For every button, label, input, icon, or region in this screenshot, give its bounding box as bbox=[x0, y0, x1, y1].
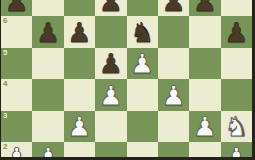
white-knight-h3[interactable]: ♞ bbox=[224, 113, 248, 140]
square-e2[interactable] bbox=[127, 142, 158, 157]
chessboard-screenshot: ♟♟♟♟6♟♟♞♟5♟♟4♟♟3♟♟♞2♟♟♟ bbox=[0, 0, 255, 160]
black-pawn-b6[interactable]: ♟ bbox=[36, 18, 60, 45]
square-a6[interactable]: 6 bbox=[1, 16, 32, 48]
chess-board[interactable]: ♟♟♟♟6♟♟♞♟5♟♟4♟♟3♟♟♞2♟♟♟ bbox=[1, 0, 252, 157]
square-b7[interactable] bbox=[32, 0, 63, 16]
square-a2[interactable]: 2♟ bbox=[1, 142, 32, 157]
rank-label-5: 5 bbox=[3, 49, 7, 57]
square-d6[interactable] bbox=[95, 16, 126, 48]
square-d5[interactable]: ♟ bbox=[95, 48, 126, 80]
square-b5[interactable] bbox=[32, 48, 63, 80]
white-pawn-c3[interactable]: ♟ bbox=[67, 113, 91, 140]
square-c4[interactable] bbox=[64, 79, 95, 111]
square-g2[interactable] bbox=[189, 142, 220, 157]
square-d3[interactable] bbox=[95, 111, 126, 143]
square-b3[interactable] bbox=[32, 111, 63, 143]
square-c7[interactable] bbox=[64, 0, 95, 16]
square-b6[interactable]: ♟ bbox=[32, 16, 63, 48]
square-e4[interactable] bbox=[127, 79, 158, 111]
square-g3[interactable]: ♟ bbox=[189, 111, 220, 143]
white-pawn-d4[interactable]: ♟ bbox=[99, 81, 123, 108]
square-e3[interactable] bbox=[127, 111, 158, 143]
white-pawn-h2[interactable]: ♟ bbox=[224, 144, 248, 157]
square-a5[interactable]: 5 bbox=[1, 48, 32, 80]
black-pawn-c6[interactable]: ♟ bbox=[67, 18, 91, 45]
square-d4[interactable]: ♟ bbox=[95, 79, 126, 111]
square-h6[interactable]: ♟ bbox=[221, 16, 252, 48]
square-b2[interactable]: ♟ bbox=[32, 142, 63, 157]
square-d7[interactable]: ♟ bbox=[95, 0, 126, 16]
square-g5[interactable] bbox=[189, 48, 220, 80]
square-f5[interactable] bbox=[158, 48, 189, 80]
square-f7[interactable]: ♟ bbox=[158, 0, 189, 16]
square-d2[interactable] bbox=[95, 142, 126, 157]
rank-label-3: 3 bbox=[3, 112, 7, 120]
square-c3[interactable]: ♟ bbox=[64, 111, 95, 143]
square-g6[interactable] bbox=[189, 16, 220, 48]
square-h7[interactable] bbox=[221, 0, 252, 16]
black-pawn-d7[interactable]: ♟ bbox=[99, 0, 123, 15]
square-e5[interactable]: ♟ bbox=[127, 48, 158, 80]
square-g7[interactable]: ♟ bbox=[189, 0, 220, 16]
black-knight-e6[interactable]: ♞ bbox=[130, 18, 154, 45]
square-c6[interactable]: ♟ bbox=[64, 16, 95, 48]
square-h4[interactable] bbox=[221, 79, 252, 111]
rank-label-6: 6 bbox=[3, 17, 7, 25]
square-a3[interactable]: 3 bbox=[1, 111, 32, 143]
black-pawn-h6[interactable]: ♟ bbox=[224, 18, 248, 45]
square-c2[interactable] bbox=[64, 142, 95, 157]
black-pawn-f7[interactable]: ♟ bbox=[161, 0, 185, 15]
square-f6[interactable] bbox=[158, 16, 189, 48]
square-f2[interactable] bbox=[158, 142, 189, 157]
black-pawn-a7[interactable]: ♟ bbox=[5, 0, 29, 15]
square-g4[interactable] bbox=[189, 79, 220, 111]
square-c5[interactable] bbox=[64, 48, 95, 80]
square-h2[interactable]: ♟ bbox=[221, 142, 252, 157]
black-pawn-g7[interactable]: ♟ bbox=[193, 0, 217, 15]
square-f4[interactable]: ♟ bbox=[158, 79, 189, 111]
rank-label-4: 4 bbox=[3, 80, 7, 88]
black-pawn-d5[interactable]: ♟ bbox=[99, 50, 123, 77]
white-pawn-g3[interactable]: ♟ bbox=[193, 113, 217, 140]
square-e6[interactable]: ♞ bbox=[127, 16, 158, 48]
square-a7[interactable]: ♟ bbox=[1, 0, 32, 16]
square-e7[interactable] bbox=[127, 0, 158, 16]
white-pawn-a2[interactable]: ♟ bbox=[5, 144, 29, 157]
square-f3[interactable] bbox=[158, 111, 189, 143]
square-a4[interactable]: 4 bbox=[1, 79, 32, 111]
white-pawn-b2[interactable]: ♟ bbox=[36, 144, 60, 157]
square-h3[interactable]: ♞ bbox=[221, 111, 252, 143]
square-h5[interactable] bbox=[221, 48, 252, 80]
square-b4[interactable] bbox=[32, 79, 63, 111]
white-pawn-e5[interactable]: ♟ bbox=[130, 50, 154, 77]
white-pawn-f4[interactable]: ♟ bbox=[161, 81, 185, 108]
